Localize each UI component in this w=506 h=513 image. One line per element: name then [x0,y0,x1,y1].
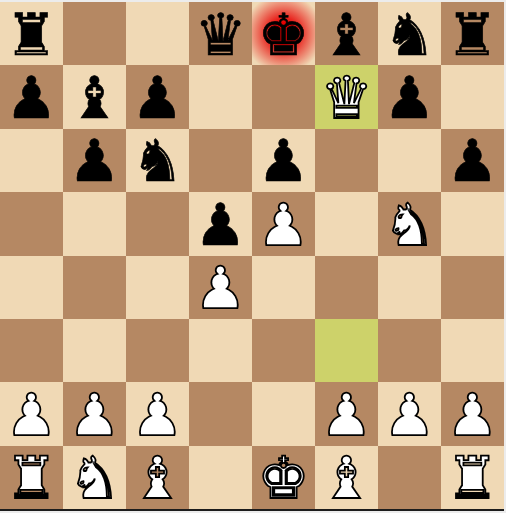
square-e5[interactable]: ♟ [252,192,315,255]
piece-white-queen-f7[interactable]: ♛ [321,69,373,127]
piece-black-pawn-a7[interactable]: ♟ [6,69,58,127]
square-b5[interactable] [63,192,126,255]
square-g2[interactable]: ♟ [378,382,441,445]
piece-black-queen-d8[interactable]: ♛ [195,6,247,64]
square-f3[interactable] [315,319,378,382]
square-h3[interactable] [441,319,504,382]
piece-white-pawn-c2[interactable]: ♟ [132,386,184,444]
piece-black-king-e8[interactable]: ♚ [258,6,310,64]
square-f8[interactable]: ♝ [315,2,378,65]
square-h2[interactable]: ♟ [441,382,504,445]
square-g3[interactable] [378,319,441,382]
piece-black-pawn-g7[interactable]: ♟ [384,69,436,127]
square-g1[interactable] [378,446,441,509]
piece-black-pawn-c7[interactable]: ♟ [132,69,184,127]
piece-black-pawn-b6[interactable]: ♟ [69,132,121,190]
square-b6[interactable]: ♟ [63,129,126,192]
square-c2[interactable]: ♟ [126,382,189,445]
square-f2[interactable]: ♟ [315,382,378,445]
square-g4[interactable] [378,256,441,319]
square-b4[interactable] [63,256,126,319]
piece-white-rook-a1[interactable]: ♜ [6,449,58,507]
piece-black-knight-g8[interactable]: ♞ [384,6,436,64]
square-f7[interactable]: ♛ [315,65,378,128]
square-a5[interactable] [0,192,63,255]
square-e7[interactable] [252,65,315,128]
square-f4[interactable] [315,256,378,319]
square-b8[interactable] [63,2,126,65]
square-c5[interactable] [126,192,189,255]
piece-black-bishop-f8[interactable]: ♝ [321,6,373,64]
square-b1[interactable]: ♞ [63,446,126,509]
square-c3[interactable] [126,319,189,382]
square-c8[interactable] [126,2,189,65]
piece-white-bishop-f1[interactable]: ♝ [321,449,373,507]
square-f5[interactable] [315,192,378,255]
square-e6[interactable]: ♟ [252,129,315,192]
square-d5[interactable]: ♟ [189,192,252,255]
piece-white-bishop-c1[interactable]: ♝ [132,449,184,507]
square-c1[interactable]: ♝ [126,446,189,509]
square-g8[interactable]: ♞ [378,2,441,65]
piece-black-bishop-b7[interactable]: ♝ [69,69,121,127]
square-d1[interactable] [189,446,252,509]
square-a2[interactable]: ♟ [0,382,63,445]
square-c6[interactable]: ♞ [126,129,189,192]
square-c4[interactable] [126,256,189,319]
square-a6[interactable] [0,129,63,192]
square-a1[interactable]: ♜ [0,446,63,509]
square-e4[interactable] [252,256,315,319]
square-d2[interactable] [189,382,252,445]
square-b3[interactable] [63,319,126,382]
square-e2[interactable] [252,382,315,445]
piece-black-rook-h8[interactable]: ♜ [447,6,499,64]
piece-white-pawn-h2[interactable]: ♟ [447,386,499,444]
square-g5[interactable]: ♞ [378,192,441,255]
square-d7[interactable] [189,65,252,128]
piece-white-pawn-g2[interactable]: ♟ [384,386,436,444]
square-b2[interactable]: ♟ [63,382,126,445]
page: { "game": "chess", "position": { "fen": … [0,0,506,513]
square-e1[interactable]: ♚ [252,446,315,509]
piece-black-rook-a8[interactable]: ♜ [6,6,58,64]
square-f6[interactable] [315,129,378,192]
piece-black-pawn-d5[interactable]: ♟ [195,196,247,254]
piece-white-pawn-b2[interactable]: ♟ [69,386,121,444]
square-a8[interactable]: ♜ [0,2,63,65]
square-h1[interactable]: ♜ [441,446,504,509]
square-a4[interactable] [0,256,63,319]
square-f1[interactable]: ♝ [315,446,378,509]
square-g7[interactable]: ♟ [378,65,441,128]
piece-black-knight-c6[interactable]: ♞ [132,132,184,190]
square-e8[interactable]: ♚ [252,2,315,65]
piece-white-knight-g5[interactable]: ♞ [384,196,436,254]
piece-white-king-e1[interactable]: ♚ [258,449,310,507]
piece-black-pawn-e6[interactable]: ♟ [258,132,310,190]
square-d3[interactable] [189,319,252,382]
square-h4[interactable] [441,256,504,319]
piece-white-rook-h1[interactable]: ♜ [447,449,499,507]
square-h7[interactable] [441,65,504,128]
square-b7[interactable]: ♝ [63,65,126,128]
square-d8[interactable]: ♛ [189,2,252,65]
piece-white-pawn-d4[interactable]: ♟ [195,259,247,317]
piece-white-pawn-a2[interactable]: ♟ [6,386,58,444]
square-d4[interactable]: ♟ [189,256,252,319]
square-d6[interactable] [189,129,252,192]
square-e3[interactable] [252,319,315,382]
piece-white-knight-b1[interactable]: ♞ [69,449,121,507]
square-a3[interactable] [0,319,63,382]
piece-white-pawn-f2[interactable]: ♟ [321,386,373,444]
square-a7[interactable]: ♟ [0,65,63,128]
square-h6[interactable]: ♟ [441,129,504,192]
square-h8[interactable]: ♜ [441,2,504,65]
square-g6[interactable] [378,129,441,192]
square-h5[interactable] [441,192,504,255]
square-c7[interactable]: ♟ [126,65,189,128]
piece-white-pawn-e5[interactable]: ♟ [258,196,310,254]
chess-board: ♜♛♚♝♞♜♟♝♟♛♟♟♞♟♟♟♟♞♟♟♟♟♟♟♟♜♞♝♚♝♜ [0,2,504,511]
piece-black-pawn-h6[interactable]: ♟ [447,132,499,190]
